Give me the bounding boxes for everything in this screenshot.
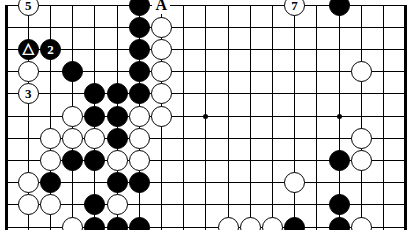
white-stone <box>151 39 172 60</box>
star-point-dot <box>337 114 342 119</box>
black-stone <box>84 150 105 171</box>
white-stone <box>240 217 261 231</box>
black-stone <box>129 172 150 193</box>
black-stone <box>129 0 150 16</box>
white-stone <box>284 172 305 193</box>
black-stone <box>84 194 105 215</box>
black-stone <box>107 128 128 149</box>
black-stone <box>329 150 350 171</box>
white-stone <box>151 17 172 38</box>
white-stone <box>107 194 128 215</box>
black-stone <box>62 61 83 82</box>
black-stone <box>129 39 150 60</box>
white-stone <box>351 128 372 149</box>
white-stone <box>18 172 39 193</box>
white-stone <box>284 0 305 16</box>
black-stone <box>329 217 350 231</box>
black-stone <box>18 39 39 60</box>
grid-line-vertical <box>294 5 295 230</box>
white-stone <box>18 0 39 16</box>
white-stone <box>129 106 150 127</box>
black-stone <box>129 217 150 231</box>
white-stone <box>262 217 283 231</box>
white-stone <box>40 150 61 171</box>
white-stone <box>18 83 39 104</box>
grid-line-horizontal <box>5 49 408 50</box>
black-stone <box>84 217 105 231</box>
white-stone <box>351 61 372 82</box>
black-stone <box>129 61 150 82</box>
black-stone <box>129 17 150 38</box>
point-letter-a: A <box>152 0 170 14</box>
white-stone <box>151 83 172 104</box>
white-stone <box>62 106 83 127</box>
black-stone <box>84 83 105 104</box>
white-stone <box>40 128 61 149</box>
go-board: 5723△A <box>0 0 410 230</box>
grid-line-horizontal <box>5 27 408 28</box>
grid-line-vertical <box>228 5 229 230</box>
white-stone <box>107 150 128 171</box>
white-stone <box>18 194 39 215</box>
white-stone <box>151 61 172 82</box>
grid-line-vertical <box>383 5 384 230</box>
white-stone <box>151 106 172 127</box>
black-stone <box>284 217 305 231</box>
black-stone <box>329 0 350 16</box>
black-stone <box>62 150 83 171</box>
grid-line-vertical <box>183 5 184 230</box>
grid-line-vertical <box>316 5 317 230</box>
black-stone <box>107 106 128 127</box>
black-stone <box>329 194 350 215</box>
grid-line-vertical <box>361 5 362 230</box>
white-stone <box>218 217 239 231</box>
black-stone <box>84 106 105 127</box>
star-point-dot <box>203 114 208 119</box>
black-stone <box>107 172 128 193</box>
grid-line-vertical <box>250 5 251 230</box>
white-stone <box>40 194 61 215</box>
white-stone <box>18 61 39 82</box>
board-edge-line <box>5 5 8 230</box>
grid-line-horizontal <box>5 93 408 94</box>
white-stone <box>129 128 150 149</box>
black-stone <box>107 217 128 231</box>
black-stone <box>129 83 150 104</box>
go-book-diagram-scan: 5723△A <box>0 0 410 230</box>
black-stone <box>107 83 128 104</box>
white-stone <box>84 128 105 149</box>
black-stone <box>40 39 61 60</box>
white-stone <box>129 150 150 171</box>
white-stone <box>62 128 83 149</box>
board-edge-line <box>404 5 407 230</box>
grid-line-vertical <box>272 5 273 230</box>
white-stone <box>351 217 372 231</box>
grid-line-horizontal <box>5 182 408 183</box>
white-stone <box>351 150 372 171</box>
white-stone <box>62 217 83 231</box>
black-stone <box>40 172 61 193</box>
